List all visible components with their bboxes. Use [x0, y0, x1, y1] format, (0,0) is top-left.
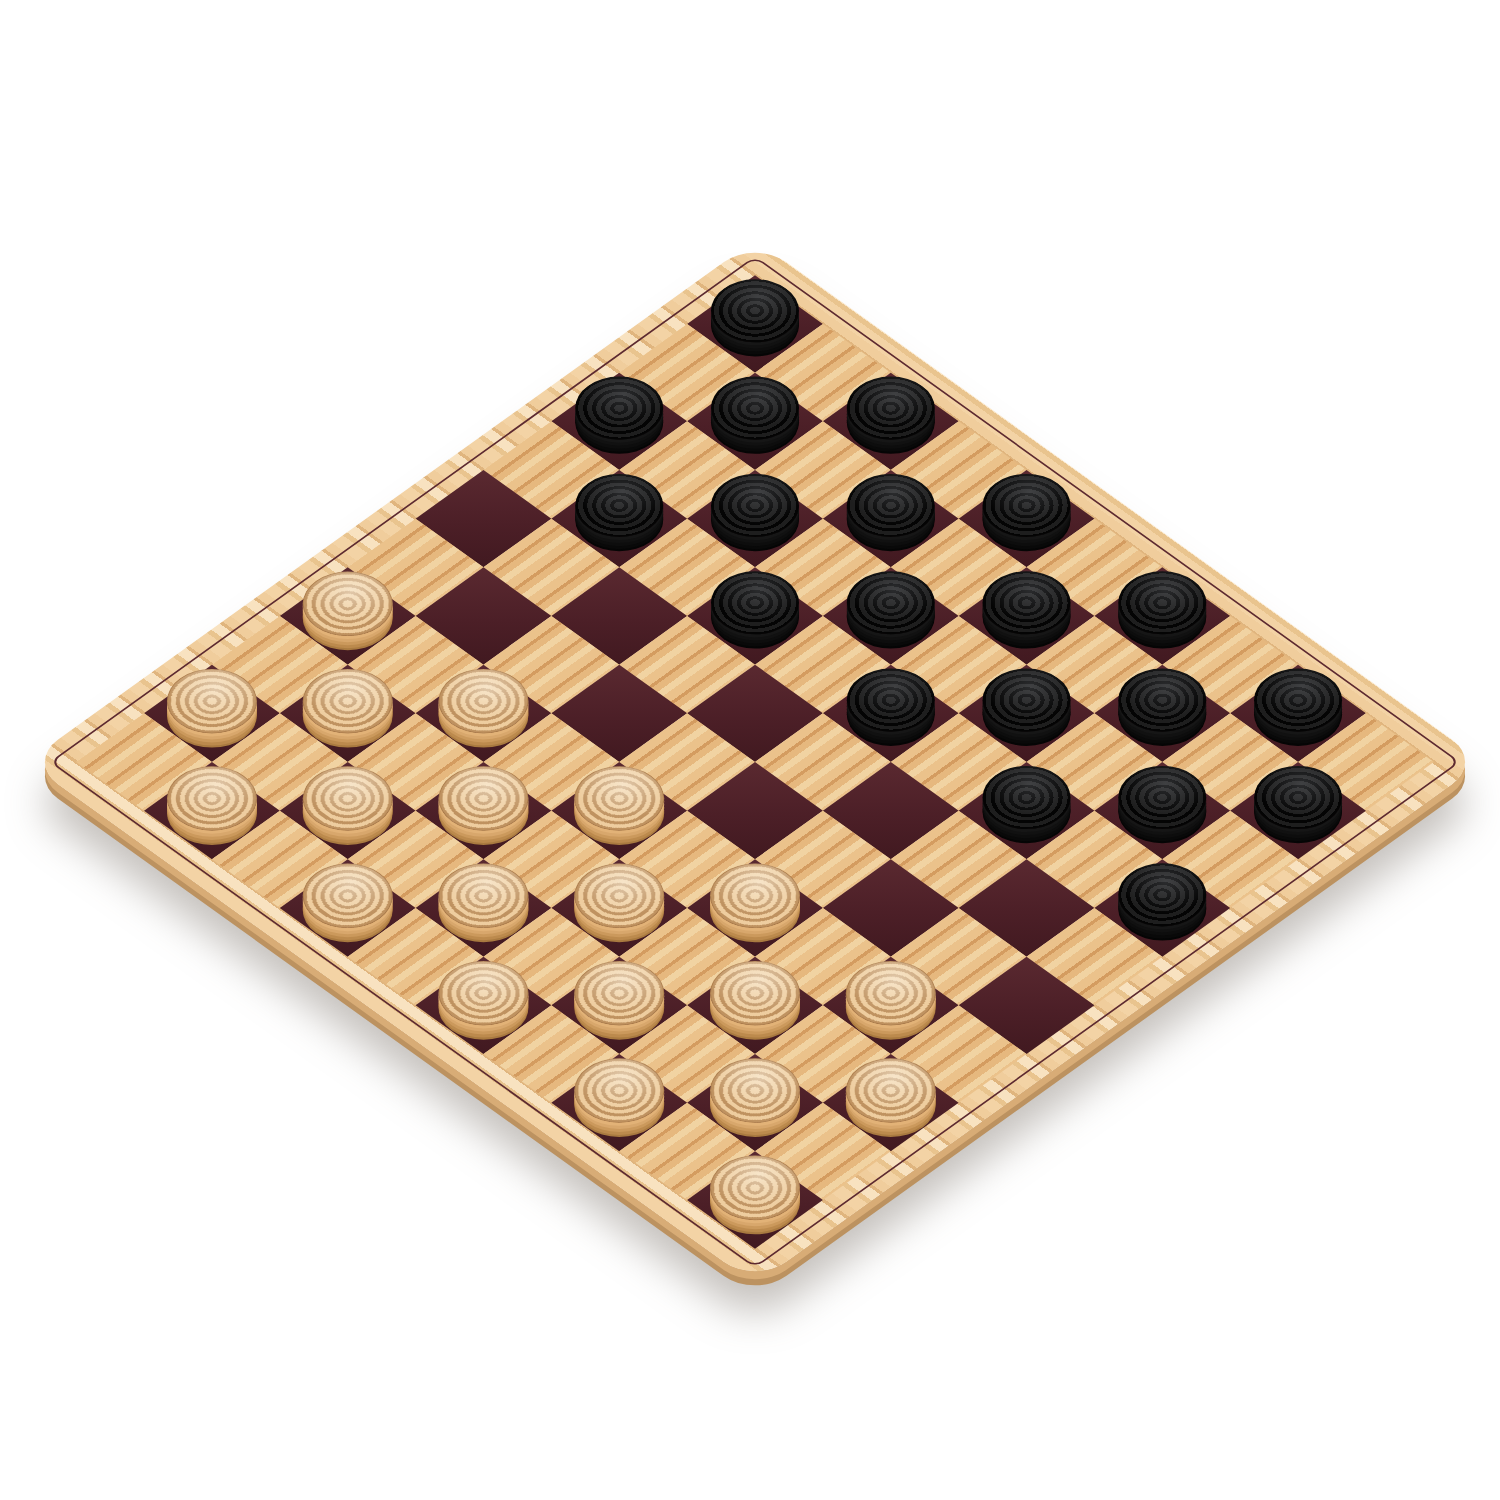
draughts-board	[27, 240, 1484, 1284]
photo-scene	[0, 0, 1500, 1500]
board-grid	[76, 275, 1434, 1248]
